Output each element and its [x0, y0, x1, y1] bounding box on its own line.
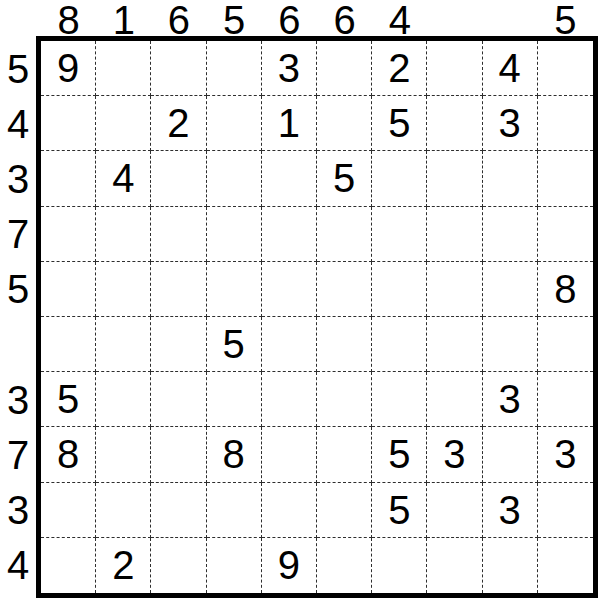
cell-r3c4[interactable] [207, 151, 262, 206]
left-clue-r7: 3 [0, 372, 36, 427]
left-clue-r3: 3 [0, 151, 36, 206]
left-clue-r6 [0, 317, 36, 372]
cell-r4c9[interactable] [483, 207, 538, 262]
cell-r7c6[interactable] [317, 372, 372, 427]
cell-r7c3[interactable] [151, 372, 206, 427]
cell-r10c5[interactable]: 9 [262, 538, 317, 593]
puzzle-board: 93242153458553885335329 [36, 36, 598, 598]
cell-r6c10[interactable] [538, 317, 593, 372]
cell-r6c1[interactable] [41, 317, 96, 372]
cell-r1c3[interactable] [151, 41, 206, 96]
top-clue-c7: 4 [372, 0, 427, 40]
top-clue-c5: 6 [262, 0, 317, 40]
cell-r7c9[interactable]: 3 [483, 372, 538, 427]
cell-r4c6[interactable] [317, 207, 372, 262]
left-clue-r4: 7 [0, 207, 36, 262]
left-clue-r2: 4 [0, 96, 36, 151]
cell-r1c10[interactable] [538, 41, 593, 96]
cell-r9c2[interactable] [96, 483, 151, 538]
cell-r2c10[interactable] [538, 96, 593, 151]
cell-r4c2[interactable] [96, 207, 151, 262]
cell-r9c5[interactable] [262, 483, 317, 538]
cell-r6c8[interactable] [427, 317, 482, 372]
cell-r2c5[interactable]: 1 [262, 96, 317, 151]
cell-r4c10[interactable] [538, 207, 593, 262]
cell-r9c6[interactable] [317, 483, 372, 538]
cell-r9c1[interactable] [41, 483, 96, 538]
cell-r6c2[interactable] [96, 317, 151, 372]
top-clue-c1: 8 [41, 0, 96, 40]
cell-r3c3[interactable] [151, 151, 206, 206]
cell-r5c9[interactable] [483, 262, 538, 317]
cell-r10c9[interactable] [483, 538, 538, 593]
cell-r7c5[interactable] [262, 372, 317, 427]
cell-r6c7[interactable] [372, 317, 427, 372]
cell-r10c10[interactable] [538, 538, 593, 593]
cell-r10c7[interactable] [372, 538, 427, 593]
cell-r8c5[interactable] [262, 427, 317, 482]
cell-r7c1[interactable]: 5 [41, 372, 96, 427]
cell-r10c8[interactable] [427, 538, 482, 593]
cell-r8c4[interactable]: 8 [207, 427, 262, 482]
cell-r7c2[interactable] [96, 372, 151, 427]
cell-r8c3[interactable] [151, 427, 206, 482]
cell-r5c7[interactable] [372, 262, 427, 317]
cell-r3c6[interactable]: 5 [317, 151, 372, 206]
cell-r8c10[interactable]: 3 [538, 427, 593, 482]
cell-r5c5[interactable] [262, 262, 317, 317]
cell-r10c4[interactable] [207, 538, 262, 593]
cell-r10c1[interactable] [41, 538, 96, 593]
cell-r3c2[interactable]: 4 [96, 151, 151, 206]
cell-r1c1[interactable]: 9 [41, 41, 96, 96]
cell-r2c2[interactable] [96, 96, 151, 151]
cell-r4c7[interactable] [372, 207, 427, 262]
cell-r2c9[interactable]: 3 [483, 96, 538, 151]
top-clue-strip: 81656645 [41, 0, 593, 36]
cell-r3c1[interactable] [41, 151, 96, 206]
cell-r2c7[interactable]: 5 [372, 96, 427, 151]
left-clue-r1: 5 [0, 41, 36, 96]
cell-r1c6[interactable] [317, 41, 372, 96]
top-clue-c2: 1 [96, 0, 151, 40]
cell-r4c8[interactable] [427, 207, 482, 262]
left-clue-r8: 7 [0, 427, 36, 482]
puzzle-screenshot: 81656645 543753734 932421534585538853353… [0, 0, 600, 600]
cell-r2c6[interactable] [317, 96, 372, 151]
cell-r7c10[interactable] [538, 372, 593, 427]
cell-r1c7[interactable]: 2 [372, 41, 427, 96]
left-clue-r9: 3 [0, 483, 36, 538]
cell-r6c5[interactable] [262, 317, 317, 372]
cell-r1c2[interactable] [96, 41, 151, 96]
cell-r6c6[interactable] [317, 317, 372, 372]
cell-r1c5[interactable]: 3 [262, 41, 317, 96]
top-clue-c10: 5 [538, 0, 593, 40]
cell-r9c9[interactable]: 3 [483, 483, 538, 538]
cell-r2c4[interactable] [207, 96, 262, 151]
cell-r8c8[interactable]: 3 [427, 427, 482, 482]
cell-r5c2[interactable] [96, 262, 151, 317]
cell-r6c3[interactable] [151, 317, 206, 372]
cell-r3c5[interactable] [262, 151, 317, 206]
top-clue-c9 [483, 0, 538, 40]
cell-r9c4[interactable] [207, 483, 262, 538]
cell-r8c9[interactable] [483, 427, 538, 482]
cell-r3c9[interactable] [483, 151, 538, 206]
cell-r9c3[interactable] [151, 483, 206, 538]
cell-r8c2[interactable] [96, 427, 151, 482]
cell-r8c1[interactable]: 8 [41, 427, 96, 482]
cell-r10c2[interactable]: 2 [96, 538, 151, 593]
cell-r1c9[interactable]: 4 [483, 41, 538, 96]
cell-r5c3[interactable] [151, 262, 206, 317]
cell-r3c10[interactable] [538, 151, 593, 206]
cell-r5c1[interactable] [41, 262, 96, 317]
cell-r2c1[interactable] [41, 96, 96, 151]
cell-r2c3[interactable]: 2 [151, 96, 206, 151]
cell-r5c6[interactable] [317, 262, 372, 317]
cell-r4c5[interactable] [262, 207, 317, 262]
left-clue-r10: 4 [0, 538, 36, 593]
cell-r4c1[interactable] [41, 207, 96, 262]
left-clue-strip: 543753734 [0, 41, 36, 593]
cell-r9c8[interactable] [427, 483, 482, 538]
cell-r8c6[interactable] [317, 427, 372, 482]
cell-r8c7[interactable]: 5 [372, 427, 427, 482]
cell-r5c4[interactable] [207, 262, 262, 317]
cell-r3c8[interactable] [427, 151, 482, 206]
cell-r7c8[interactable] [427, 372, 482, 427]
top-clue-c8 [427, 0, 482, 40]
cell-r10c3[interactable] [151, 538, 206, 593]
cell-r4c3[interactable] [151, 207, 206, 262]
cell-r5c8[interactable] [427, 262, 482, 317]
cell-r3c7[interactable] [372, 151, 427, 206]
cell-r5c10[interactable]: 8 [538, 262, 593, 317]
cell-r4c4[interactable] [207, 207, 262, 262]
cell-r6c4[interactable]: 5 [207, 317, 262, 372]
cell-r6c9[interactable] [483, 317, 538, 372]
cell-r1c8[interactable] [427, 41, 482, 96]
top-clue-c6: 6 [317, 0, 372, 40]
top-clue-c4: 5 [207, 0, 262, 40]
cell-r7c7[interactable] [372, 372, 427, 427]
cell-r2c8[interactable] [427, 96, 482, 151]
left-clue-r5: 5 [0, 262, 36, 317]
cell-r9c7[interactable]: 5 [372, 483, 427, 538]
cell-r9c10[interactable] [538, 483, 593, 538]
cell-r1c4[interactable] [207, 41, 262, 96]
top-clue-c3: 6 [151, 0, 206, 40]
cell-r7c4[interactable] [207, 372, 262, 427]
cell-r10c6[interactable] [317, 538, 372, 593]
